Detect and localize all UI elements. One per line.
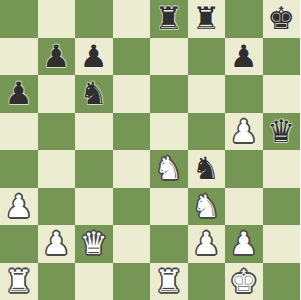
square-f4[interactable]: ♞ [188,150,226,188]
square-e2[interactable] [150,225,188,263]
piece-black-pawn[interactable]: ♟ [5,75,33,113]
square-h4[interactable] [263,150,301,188]
square-d6[interactable] [113,75,151,113]
piece-black-pawn[interactable]: ♟ [80,38,108,76]
square-f3[interactable]: ♞ [188,188,226,226]
piece-white-knight[interactable]: ♞ [192,188,220,226]
square-g5[interactable]: ♟ [225,113,263,151]
square-a3[interactable]: ♟ [0,188,38,226]
square-f6[interactable] [188,75,226,113]
square-d7[interactable] [113,38,151,76]
square-a2[interactable] [0,225,38,263]
square-e1[interactable]: ♜ [150,263,188,300]
square-a1[interactable]: ♜ [0,263,38,300]
square-g1[interactable]: ♚ [225,263,263,300]
square-h2[interactable] [263,225,301,263]
square-c2[interactable]: ♛ [75,225,113,263]
square-d5[interactable] [113,113,151,151]
square-e4[interactable]: ♞ [150,150,188,188]
square-a4[interactable] [0,150,38,188]
square-d4[interactable] [113,150,151,188]
square-f2[interactable]: ♟ [188,225,226,263]
square-d1[interactable] [113,263,151,300]
piece-white-king[interactable]: ♚ [230,263,258,300]
square-f5[interactable] [188,113,226,151]
square-g4[interactable] [225,150,263,188]
square-e8[interactable]: ♜ [150,0,188,38]
square-d3[interactable] [113,188,151,226]
square-h8[interactable]: ♚ [263,0,301,38]
square-g3[interactable] [225,188,263,226]
square-h5[interactable]: ♛ [263,113,301,151]
piece-white-knight[interactable]: ♞ [155,150,183,188]
square-e5[interactable] [150,113,188,151]
piece-white-pawn[interactable]: ♟ [192,225,220,263]
square-g7[interactable]: ♟ [225,38,263,76]
square-b8[interactable] [38,0,76,38]
square-h6[interactable] [263,75,301,113]
chess-board: ♜♜♚♟♟♟♟♞♟♛♞♞♟♞♟♛♟♟♜♜♚ [0,0,300,300]
square-g6[interactable] [225,75,263,113]
square-f1[interactable] [188,263,226,300]
square-a6[interactable]: ♟ [0,75,38,113]
square-a8[interactable] [0,0,38,38]
piece-black-knight[interactable]: ♞ [192,150,220,188]
square-f7[interactable] [188,38,226,76]
piece-black-pawn[interactable]: ♟ [42,38,70,76]
square-c5[interactable] [75,113,113,151]
piece-black-queen[interactable]: ♛ [267,113,295,151]
piece-black-rook[interactable]: ♜ [192,0,220,38]
piece-white-queen[interactable]: ♛ [80,225,108,263]
piece-black-pawn[interactable]: ♟ [230,38,258,76]
square-a7[interactable] [0,38,38,76]
square-b6[interactable] [38,75,76,113]
square-e6[interactable] [150,75,188,113]
piece-white-pawn[interactable]: ♟ [230,113,258,151]
square-e7[interactable] [150,38,188,76]
square-f8[interactable]: ♜ [188,0,226,38]
square-c3[interactable] [75,188,113,226]
piece-white-rook[interactable]: ♜ [155,263,183,300]
square-b2[interactable]: ♟ [38,225,76,263]
square-e3[interactable] [150,188,188,226]
square-a5[interactable] [0,113,38,151]
piece-white-pawn[interactable]: ♟ [42,225,70,263]
piece-black-king[interactable]: ♚ [267,0,295,38]
square-c4[interactable] [75,150,113,188]
square-h7[interactable] [263,38,301,76]
square-h3[interactable] [263,188,301,226]
square-b7[interactable]: ♟ [38,38,76,76]
piece-white-rook[interactable]: ♜ [5,263,33,300]
square-c7[interactable]: ♟ [75,38,113,76]
piece-white-pawn[interactable]: ♟ [5,188,33,226]
square-c1[interactable] [75,263,113,300]
square-b4[interactable] [38,150,76,188]
square-g2[interactable]: ♟ [225,225,263,263]
square-b5[interactable] [38,113,76,151]
square-b3[interactable] [38,188,76,226]
square-d2[interactable] [113,225,151,263]
square-h1[interactable] [263,263,301,300]
square-b1[interactable] [38,263,76,300]
square-c6[interactable]: ♞ [75,75,113,113]
piece-black-knight[interactable]: ♞ [80,75,108,113]
square-c8[interactable] [75,0,113,38]
piece-black-rook[interactable]: ♜ [155,0,183,38]
piece-white-pawn[interactable]: ♟ [230,225,258,263]
square-g8[interactable] [225,0,263,38]
square-d8[interactable] [113,0,151,38]
